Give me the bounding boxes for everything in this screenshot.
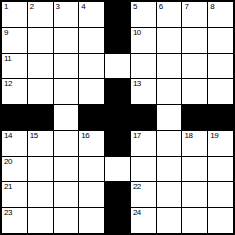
grid-cell[interactable] bbox=[182, 79, 207, 104]
block-cell bbox=[105, 2, 130, 27]
clue-number: 18 bbox=[184, 131, 192, 140]
block-cell bbox=[105, 79, 130, 104]
clue-number: 9 bbox=[4, 28, 8, 37]
grid-cell[interactable]: 2 bbox=[28, 2, 53, 27]
clue-number: 6 bbox=[159, 2, 163, 11]
clue-number: 1 bbox=[4, 2, 8, 11]
grid-cell[interactable]: 20 bbox=[2, 157, 27, 182]
grid-cell[interactable]: 17 bbox=[131, 131, 156, 156]
grid-cell[interactable] bbox=[157, 157, 182, 182]
grid-cell[interactable]: 8 bbox=[208, 2, 233, 27]
clue-number: 5 bbox=[133, 2, 137, 11]
grid-cell[interactable] bbox=[208, 182, 233, 207]
grid-cell[interactable] bbox=[157, 28, 182, 53]
grid-cell[interactable] bbox=[54, 54, 79, 79]
clue-number: 19 bbox=[210, 131, 218, 140]
block-cell bbox=[208, 105, 233, 130]
clue-number: 13 bbox=[133, 79, 141, 88]
grid-cell[interactable] bbox=[28, 157, 53, 182]
grid-cell[interactable] bbox=[182, 54, 207, 79]
grid-cell[interactable]: 16 bbox=[79, 131, 104, 156]
grid-cell[interactable] bbox=[28, 79, 53, 104]
grid-cell[interactable]: 1 bbox=[2, 2, 27, 27]
grid-cell[interactable] bbox=[182, 157, 207, 182]
block-cell bbox=[105, 131, 130, 156]
grid-cell[interactable]: 4 bbox=[79, 2, 104, 27]
clue-number: 11 bbox=[4, 54, 11, 63]
grid-cell[interactable] bbox=[28, 182, 53, 207]
grid-cell[interactable]: 15 bbox=[28, 131, 53, 156]
grid-cell[interactable] bbox=[28, 28, 53, 53]
grid-cell[interactable]: 22 bbox=[131, 182, 156, 207]
clue-number: 8 bbox=[210, 2, 214, 11]
clue-number: 22 bbox=[133, 182, 141, 191]
grid-cell[interactable] bbox=[79, 208, 104, 233]
grid-cell[interactable] bbox=[208, 157, 233, 182]
grid-cell[interactable] bbox=[157, 105, 182, 130]
grid-cell[interactable] bbox=[182, 208, 207, 233]
grid-cell[interactable]: 24 bbox=[131, 208, 156, 233]
grid-cell[interactable] bbox=[54, 79, 79, 104]
block-cell bbox=[79, 105, 104, 130]
grid-cell[interactable] bbox=[131, 54, 156, 79]
block-cell bbox=[131, 105, 156, 130]
clue-number: 2 bbox=[30, 2, 34, 11]
grid-cell[interactable]: 14 bbox=[2, 131, 27, 156]
grid-cell[interactable]: 11 bbox=[2, 54, 27, 79]
grid-cell[interactable]: 23 bbox=[2, 208, 27, 233]
grid-cell[interactable] bbox=[79, 28, 104, 53]
grid-cell[interactable] bbox=[79, 182, 104, 207]
grid-cell[interactable] bbox=[157, 54, 182, 79]
grid-cell[interactable] bbox=[105, 54, 130, 79]
grid-cell[interactable] bbox=[28, 54, 53, 79]
block-cell bbox=[182, 105, 207, 130]
grid-cell[interactable] bbox=[182, 182, 207, 207]
block-cell bbox=[105, 105, 130, 130]
grid-cell[interactable] bbox=[79, 54, 104, 79]
grid-cell[interactable] bbox=[79, 157, 104, 182]
clue-number: 15 bbox=[30, 131, 38, 140]
clue-number: 21 bbox=[4, 182, 12, 191]
grid-cell[interactable]: 7 bbox=[182, 2, 207, 27]
grid-cell[interactable]: 13 bbox=[131, 79, 156, 104]
block-cell bbox=[2, 105, 27, 130]
grid-cell[interactable]: 18 bbox=[182, 131, 207, 156]
grid-cell[interactable] bbox=[54, 28, 79, 53]
grid-cell[interactable]: 3 bbox=[54, 2, 79, 27]
block-cell bbox=[105, 182, 130, 207]
grid-cell[interactable] bbox=[54, 182, 79, 207]
clue-number: 3 bbox=[56, 2, 60, 11]
grid-cell[interactable] bbox=[182, 28, 207, 53]
grid-cell[interactable] bbox=[157, 182, 182, 207]
grid-cell[interactable] bbox=[105, 157, 130, 182]
grid-cell[interactable] bbox=[157, 131, 182, 156]
grid-cell[interactable] bbox=[28, 208, 53, 233]
clue-number: 16 bbox=[81, 131, 89, 140]
clue-number: 7 bbox=[184, 2, 188, 11]
block-cell bbox=[105, 28, 130, 53]
grid-cell[interactable] bbox=[157, 208, 182, 233]
grid-cell[interactable]: 10 bbox=[131, 28, 156, 53]
grid-cell[interactable] bbox=[54, 157, 79, 182]
clue-number: 12 bbox=[4, 79, 12, 88]
grid-cell[interactable] bbox=[79, 79, 104, 104]
clue-number: 23 bbox=[4, 208, 12, 217]
grid-cell[interactable] bbox=[208, 28, 233, 53]
grid-cell[interactable] bbox=[208, 79, 233, 104]
grid-cell[interactable] bbox=[208, 208, 233, 233]
grid-cell[interactable]: 5 bbox=[131, 2, 156, 27]
grid-cell[interactable]: 19 bbox=[208, 131, 233, 156]
grid-cell[interactable]: 12 bbox=[2, 79, 27, 104]
grid-cell[interactable]: 9 bbox=[2, 28, 27, 53]
grid-cell[interactable] bbox=[54, 105, 79, 130]
grid-cell[interactable] bbox=[54, 208, 79, 233]
grid-cell[interactable] bbox=[131, 157, 156, 182]
clue-number: 4 bbox=[81, 2, 85, 11]
clue-number: 24 bbox=[133, 208, 141, 217]
clue-number: 17 bbox=[133, 131, 141, 140]
block-cell bbox=[105, 208, 130, 233]
grid-cell[interactable]: 6 bbox=[157, 2, 182, 27]
grid-cell[interactable] bbox=[208, 54, 233, 79]
grid-cell[interactable] bbox=[54, 131, 79, 156]
clue-number: 10 bbox=[133, 28, 141, 37]
block-cell bbox=[28, 105, 53, 130]
clue-number: 20 bbox=[4, 157, 12, 166]
clue-number: 14 bbox=[4, 131, 12, 140]
grid-cell[interactable]: 21 bbox=[2, 182, 27, 207]
crossword-board: 123456789101112131415161718192021222324 bbox=[0, 0, 235, 235]
grid-cell[interactable] bbox=[157, 79, 182, 104]
